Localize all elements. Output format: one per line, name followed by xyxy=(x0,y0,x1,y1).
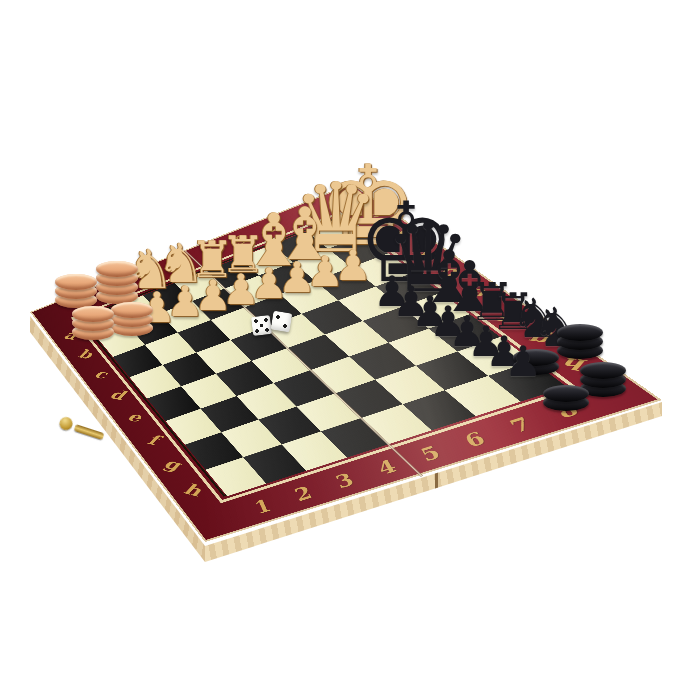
clasp-knob-icon xyxy=(58,415,74,431)
file-label-left: f xyxy=(137,429,169,450)
rank-label-near: 5 xyxy=(405,441,452,467)
dark-checker-disc[interactable] xyxy=(543,385,589,402)
product-photo: aa11bb22cc33dd44ee55ff66gg77hh88 ♞ ♞ ♜ ♜… xyxy=(0,0,700,700)
light-checker-disc[interactable] xyxy=(96,261,138,277)
die-showing-two[interactable] xyxy=(271,311,293,333)
dark-checker-disc[interactable] xyxy=(557,324,603,341)
file-label-left: b xyxy=(71,346,99,363)
file-label-left: d xyxy=(102,385,132,404)
clasp-bar-icon xyxy=(74,424,105,440)
rank-label-near: 6 xyxy=(449,427,498,453)
file-label-left: c xyxy=(86,365,115,383)
dark-checker-disc[interactable] xyxy=(580,362,626,379)
black-pawn[interactable]: ♟ xyxy=(504,341,542,383)
file-label-left: e xyxy=(119,407,150,427)
die-showing-five[interactable] xyxy=(251,315,272,336)
rank-label-near: 2 xyxy=(280,481,322,507)
rank-label-near: 7 xyxy=(493,412,544,439)
file-label-left: h xyxy=(175,478,210,501)
file-label-left: g xyxy=(156,453,189,475)
fold-seam-notch xyxy=(435,472,438,490)
light-checker-disc[interactable] xyxy=(111,302,153,318)
rank-label-near: 3 xyxy=(321,468,365,494)
light-checker-disc[interactable] xyxy=(72,306,114,322)
rank-label-near: 1 xyxy=(241,494,282,519)
light-checker-disc[interactable] xyxy=(55,274,97,290)
